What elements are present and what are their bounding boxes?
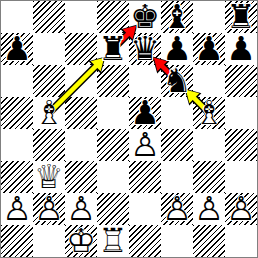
piece-glyph: ♙ [225, 193, 257, 225]
white-pawn-b2[interactable]: ♟♙ [33, 193, 65, 225]
black-rook-d7[interactable]: ♜ [97, 33, 129, 65]
piece-glyph: ♖ [97, 225, 129, 257]
square-d3[interactable] [97, 161, 129, 193]
square-c4[interactable] [65, 129, 97, 161]
square-d5[interactable] [97, 97, 129, 129]
square-c5[interactable] [65, 97, 97, 129]
white-pawn-g2[interactable]: ♟♙ [193, 193, 225, 225]
white-bishop-g5[interactable]: ♝♗ [193, 97, 225, 129]
square-e3[interactable] [129, 161, 161, 193]
black-pawn-a7[interactable]: ♟ [1, 33, 33, 65]
square-h6[interactable] [225, 65, 257, 97]
piece-glyph: ♙ [1, 193, 33, 225]
square-f4[interactable] [161, 129, 193, 161]
white-pawn-h2[interactable]: ♟♙ [225, 193, 257, 225]
square-a1[interactable] [1, 225, 33, 257]
square-a4[interactable] [1, 129, 33, 161]
square-h4[interactable] [225, 129, 257, 161]
piece-glyph: ♞ [161, 65, 193, 97]
square-b8[interactable] [33, 1, 65, 33]
square-c7[interactable] [65, 33, 97, 65]
piece-glyph: ♗ [193, 97, 225, 129]
black-pawn-h7[interactable]: ♟ [225, 33, 257, 65]
square-e1[interactable] [129, 225, 161, 257]
square-c6[interactable] [65, 65, 97, 97]
square-d4[interactable] [97, 129, 129, 161]
square-h1[interactable] [225, 225, 257, 257]
square-g1[interactable] [193, 225, 225, 257]
piece-glyph: ♙ [193, 193, 225, 225]
black-knight-f6[interactable]: ♞ [161, 65, 193, 97]
square-e2[interactable] [129, 193, 161, 225]
square-c8[interactable] [65, 1, 97, 33]
square-d6[interactable] [97, 65, 129, 97]
piece-glyph: ♟ [225, 33, 257, 65]
square-f5[interactable] [161, 97, 193, 129]
piece-glyph: ♛ [129, 33, 161, 65]
piece-glyph: ♙ [161, 193, 193, 225]
square-g4[interactable] [193, 129, 225, 161]
piece-glyph: ♔ [65, 225, 97, 257]
square-b7[interactable] [33, 33, 65, 65]
white-pawn-a2[interactable]: ♟♙ [1, 193, 33, 225]
piece-glyph: ♙ [129, 129, 161, 161]
square-f1[interactable] [161, 225, 193, 257]
chess-board: ♚♝♜♟♜♛♟♟♟♞♝♗♟♝♗♟♙♛♕♟♙♟♙♟♙♟♙♟♙♟♙♚♔♜♖ [0, 0, 258, 258]
white-king-c1[interactable]: ♚♔ [65, 225, 97, 257]
piece-glyph: ♙ [33, 193, 65, 225]
square-a6[interactable] [1, 65, 33, 97]
piece-glyph: ♜ [97, 33, 129, 65]
square-h5[interactable] [225, 97, 257, 129]
square-b1[interactable] [33, 225, 65, 257]
piece-glyph: ♟ [1, 33, 33, 65]
piece-glyph: ♗ [33, 97, 65, 129]
white-bishop-b5[interactable]: ♝♗ [33, 97, 65, 129]
square-a5[interactable] [1, 97, 33, 129]
black-queen-e7[interactable]: ♛ [129, 33, 161, 65]
white-pawn-e4[interactable]: ♟♙ [129, 129, 161, 161]
white-rook-d1[interactable]: ♜♖ [97, 225, 129, 257]
white-pawn-f2[interactable]: ♟♙ [161, 193, 193, 225]
piece-glyph: ♟ [193, 33, 225, 65]
black-pawn-g7[interactable]: ♟ [193, 33, 225, 65]
